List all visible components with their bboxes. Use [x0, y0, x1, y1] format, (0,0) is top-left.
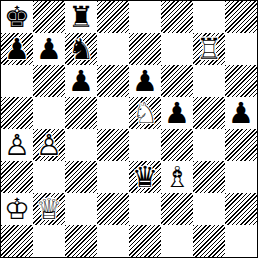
square-d7[interactable]	[97, 33, 129, 65]
square-g6[interactable]	[193, 65, 225, 97]
piece-outline-layer: ♙	[1, 129, 33, 161]
square-c2[interactable]	[65, 193, 97, 225]
square-e3[interactable]: ♛♛	[129, 161, 161, 193]
square-f2[interactable]	[161, 193, 193, 225]
piece-black-pawn[interactable]: ♟♟	[129, 65, 161, 97]
square-d1[interactable]	[97, 225, 129, 257]
square-h4[interactable]	[225, 129, 257, 161]
square-g5[interactable]	[193, 97, 225, 129]
piece-outline-layer: ♟	[1, 33, 33, 65]
square-c1[interactable]	[65, 225, 97, 257]
piece-white-bishop[interactable]: ♝♗	[161, 161, 193, 193]
square-e7[interactable]	[129, 33, 161, 65]
piece-white-pawn[interactable]: ♟♙	[1, 129, 33, 161]
square-d3[interactable]	[97, 161, 129, 193]
square-f5[interactable]: ♟♟	[161, 97, 193, 129]
square-h8[interactable]	[225, 1, 257, 33]
square-h5[interactable]: ♟♟	[225, 97, 257, 129]
square-g7[interactable]: ♜♖	[193, 33, 225, 65]
square-d8[interactable]	[97, 1, 129, 33]
square-d6[interactable]	[97, 65, 129, 97]
square-f3[interactable]: ♝♗	[161, 161, 193, 193]
piece-outline-layer: ♗	[161, 161, 193, 193]
square-g4[interactable]	[193, 129, 225, 161]
piece-black-queen[interactable]: ♛♛	[129, 161, 161, 193]
square-c6[interactable]: ♟♟	[65, 65, 97, 97]
square-c4[interactable]	[65, 129, 97, 161]
square-f6[interactable]	[161, 65, 193, 97]
square-a6[interactable]	[1, 65, 33, 97]
square-f7[interactable]	[161, 33, 193, 65]
square-g2[interactable]	[193, 193, 225, 225]
piece-outline-layer: ♜	[65, 1, 97, 33]
piece-black-pawn[interactable]: ♟♟	[33, 33, 65, 65]
square-c5[interactable]	[65, 97, 97, 129]
piece-black-pawn[interactable]: ♟♟	[161, 97, 193, 129]
piece-white-pawn[interactable]: ♟♙	[33, 129, 65, 161]
square-e8[interactable]	[129, 1, 161, 33]
square-b8[interactable]	[33, 1, 65, 33]
square-h6[interactable]	[225, 65, 257, 97]
square-a4[interactable]: ♟♙	[1, 129, 33, 161]
square-f1[interactable]	[161, 225, 193, 257]
piece-black-pawn[interactable]: ♟♟	[65, 65, 97, 97]
square-d5[interactable]	[97, 97, 129, 129]
square-f8[interactable]	[161, 1, 193, 33]
piece-outline-layer: ♟	[33, 33, 65, 65]
piece-white-queen[interactable]: ♛♕	[33, 193, 65, 225]
square-e4[interactable]	[129, 129, 161, 161]
square-e6[interactable]: ♟♟	[129, 65, 161, 97]
square-a2[interactable]: ♚♔	[1, 193, 33, 225]
square-b2[interactable]: ♛♕	[33, 193, 65, 225]
square-g3[interactable]	[193, 161, 225, 193]
square-h3[interactable]	[225, 161, 257, 193]
square-b7[interactable]: ♟♟	[33, 33, 65, 65]
chess-diagram: ♚♚♜♜♟♟♟♟♞♞♜♖♟♟♟♟♞♘♟♟♟♟♟♙♟♙♛♛♝♗♚♔♛♕	[0, 0, 258, 258]
piece-black-pawn[interactable]: ♟♟	[225, 97, 257, 129]
square-e2[interactable]	[129, 193, 161, 225]
piece-outline-layer: ♟	[129, 65, 161, 97]
square-a8[interactable]: ♚♚	[1, 1, 33, 33]
square-e1[interactable]	[129, 225, 161, 257]
piece-outline-layer: ♟	[225, 97, 257, 129]
square-c3[interactable]	[65, 161, 97, 193]
piece-outline-layer: ♕	[33, 193, 65, 225]
square-b5[interactable]	[33, 97, 65, 129]
piece-black-knight[interactable]: ♞♞	[65, 33, 97, 65]
piece-outline-layer: ♞	[65, 33, 97, 65]
chess-board: ♚♚♜♜♟♟♟♟♞♞♜♖♟♟♟♟♞♘♟♟♟♟♟♙♟♙♛♛♝♗♚♔♛♕	[0, 0, 258, 258]
square-h7[interactable]	[225, 33, 257, 65]
piece-white-knight[interactable]: ♞♘	[129, 97, 161, 129]
square-c7[interactable]: ♞♞	[65, 33, 97, 65]
square-e5[interactable]: ♞♘	[129, 97, 161, 129]
piece-black-king[interactable]: ♚♚	[1, 1, 33, 33]
piece-outline-layer: ♖	[193, 33, 225, 65]
piece-outline-layer: ♔	[1, 193, 33, 225]
square-g8[interactable]	[193, 1, 225, 33]
square-a1[interactable]	[1, 225, 33, 257]
square-b1[interactable]	[33, 225, 65, 257]
square-h1[interactable]	[225, 225, 257, 257]
square-c8[interactable]: ♜♜	[65, 1, 97, 33]
square-a3[interactable]	[1, 161, 33, 193]
piece-outline-layer: ♘	[129, 97, 161, 129]
piece-outline-layer: ♟	[161, 97, 193, 129]
square-b6[interactable]	[33, 65, 65, 97]
square-f4[interactable]	[161, 129, 193, 161]
square-d2[interactable]	[97, 193, 129, 225]
piece-white-king[interactable]: ♚♔	[1, 193, 33, 225]
square-a5[interactable]	[1, 97, 33, 129]
piece-outline-layer: ♚	[1, 1, 33, 33]
square-h2[interactable]	[225, 193, 257, 225]
piece-outline-layer: ♙	[33, 129, 65, 161]
square-a7[interactable]: ♟♟	[1, 33, 33, 65]
piece-white-rook[interactable]: ♜♖	[193, 33, 225, 65]
square-b3[interactable]	[33, 161, 65, 193]
piece-outline-layer: ♛	[129, 161, 161, 193]
square-g1[interactable]	[193, 225, 225, 257]
piece-outline-layer: ♟	[65, 65, 97, 97]
piece-black-pawn[interactable]: ♟♟	[1, 33, 33, 65]
square-b4[interactable]: ♟♙	[33, 129, 65, 161]
piece-black-rook[interactable]: ♜♜	[65, 1, 97, 33]
square-d4[interactable]	[97, 129, 129, 161]
